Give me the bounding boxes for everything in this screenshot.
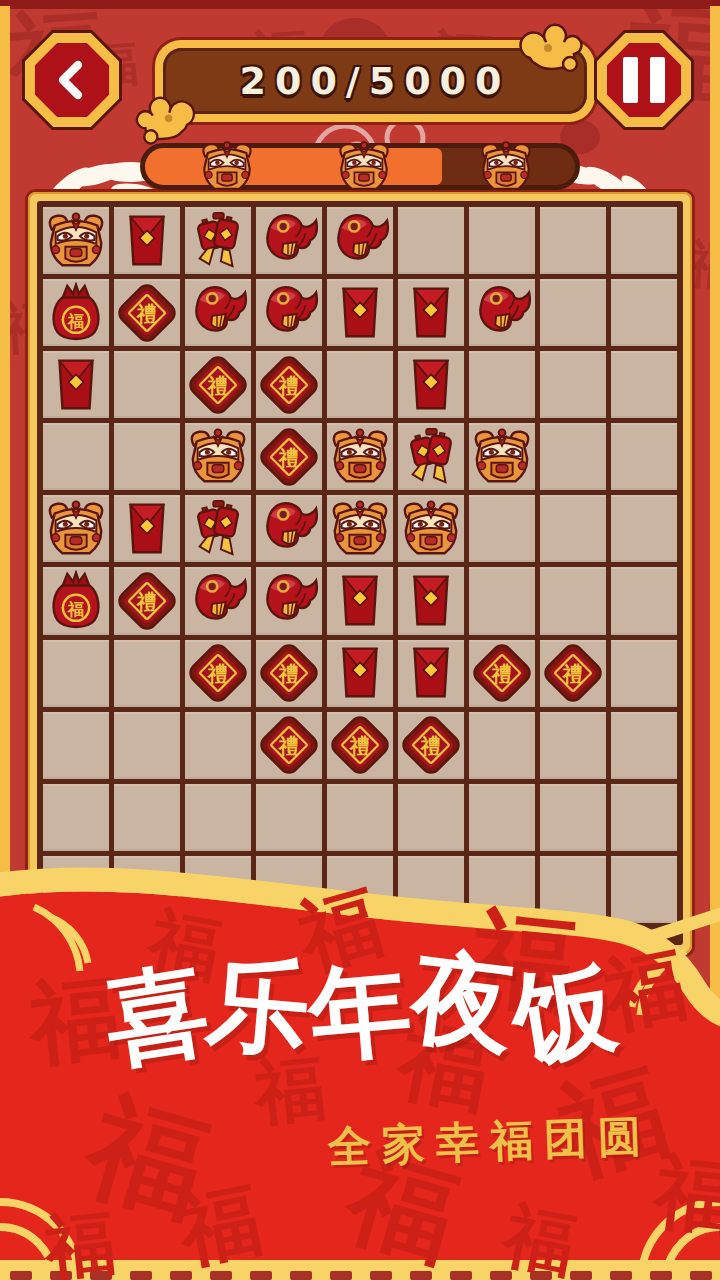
board-cell-r5c3[interactable] xyxy=(185,495,251,562)
board-grid xyxy=(43,207,677,923)
gift-tile-icon[interactable] xyxy=(258,426,320,488)
board-cell-r9c7 xyxy=(469,784,535,851)
board-cell-r4c3[interactable] xyxy=(185,423,251,490)
board-cell-r7c6[interactable] xyxy=(398,640,464,707)
board-cell-r4c6[interactable] xyxy=(398,423,464,490)
board-cell-r1c8 xyxy=(540,207,606,274)
koi-fish-tile-icon[interactable] xyxy=(258,282,320,344)
board-cell-r5c8 xyxy=(540,495,606,562)
board-cell-r5c5[interactable] xyxy=(327,495,393,562)
board-cell-r5c2[interactable] xyxy=(114,495,180,562)
lion-tile-icon[interactable] xyxy=(471,426,533,488)
lion-tile-icon[interactable] xyxy=(400,498,462,560)
koi-fish-tile-icon[interactable] xyxy=(258,498,320,560)
lion-tile-icon[interactable] xyxy=(45,210,107,272)
board-cell-r9c2 xyxy=(114,784,180,851)
progress-lion-marker xyxy=(336,139,392,195)
board-cell-r8c2 xyxy=(114,712,180,779)
board-frame xyxy=(28,192,692,954)
board-cell-r4c5[interactable] xyxy=(327,423,393,490)
board-cell-r3c2 xyxy=(114,351,180,418)
board-cell-r5c6[interactable] xyxy=(398,495,464,562)
board-cell-r6c1[interactable] xyxy=(43,567,109,634)
lion-tile-icon[interactable] xyxy=(187,426,249,488)
fortune-bag-tile-icon[interactable] xyxy=(45,282,107,344)
header-bar: 200/5000 xyxy=(0,0,720,200)
board-cell-r4c8 xyxy=(540,423,606,490)
board-cell-r6c9 xyxy=(611,567,677,634)
title-char: 喜 xyxy=(96,942,218,1093)
board-cell-r6c3[interactable] xyxy=(185,567,251,634)
board-cell-r8c6[interactable] xyxy=(398,712,464,779)
gift-tile-icon[interactable] xyxy=(400,714,462,776)
red-envelope-tile-icon[interactable] xyxy=(45,354,107,416)
red-envelope-tile-icon[interactable] xyxy=(116,498,178,560)
board-cell-r2c8 xyxy=(540,279,606,346)
title-char: 乐 xyxy=(202,935,316,1080)
board-cell-r9c3 xyxy=(185,784,251,851)
board-cell-r2c6[interactable] xyxy=(398,279,464,346)
board-cell-r6c4[interactable] xyxy=(256,567,322,634)
board-cell-r9c8 xyxy=(540,784,606,851)
board-cell-r2c4[interactable] xyxy=(256,279,322,346)
board-cell-r6c5[interactable] xyxy=(327,567,393,634)
board-cell-r2c3[interactable] xyxy=(185,279,251,346)
fortune-bag-tile-icon[interactable] xyxy=(45,570,107,632)
board-cell-r3c5 xyxy=(327,351,393,418)
board-cell-r7c9 xyxy=(611,640,677,707)
board-cell-r4c7[interactable] xyxy=(469,423,535,490)
red-envelope-tile-icon[interactable] xyxy=(329,642,391,704)
pause-icon xyxy=(594,30,694,130)
board-cell-r1c9 xyxy=(611,207,677,274)
progress-lion-marker xyxy=(199,139,255,195)
gift-tile-icon[interactable] xyxy=(329,714,391,776)
board-cell-r8c8 xyxy=(540,712,606,779)
gift-tile-icon[interactable] xyxy=(471,642,533,704)
board-cell-r2c5[interactable] xyxy=(327,279,393,346)
title-char: 夜 xyxy=(404,929,522,1077)
koi-fish-tile-icon[interactable] xyxy=(187,282,249,344)
board-cell-r7c1 xyxy=(43,640,109,707)
board-cell-r1c6 xyxy=(398,207,464,274)
board-cell-r8c5[interactable] xyxy=(327,712,393,779)
board-cell-r8c3 xyxy=(185,712,251,779)
board-cell-r2c7[interactable] xyxy=(469,279,535,346)
red-envelope-tile-icon[interactable] xyxy=(329,570,391,632)
board-cell-r3c3[interactable] xyxy=(185,351,251,418)
board-cell-r5c4[interactable] xyxy=(256,495,322,562)
red-envelope-tile-icon[interactable] xyxy=(329,282,391,344)
red-envelope-tile-icon[interactable] xyxy=(400,354,462,416)
board-cell-r1c2[interactable] xyxy=(114,207,180,274)
board-cell-r4c1 xyxy=(43,423,109,490)
title-char: 年 xyxy=(303,941,417,1086)
koi-fish-tile-icon[interactable] xyxy=(329,210,391,272)
board-cell-r3c6[interactable] xyxy=(398,351,464,418)
board-cell-r9c6 xyxy=(398,784,464,851)
red-envelope-tile-icon[interactable] xyxy=(116,210,178,272)
lantern-tile-icon[interactable] xyxy=(400,426,462,488)
gold-cloud-icon xyxy=(508,14,608,84)
gift-tile-icon[interactable] xyxy=(116,570,178,632)
board-cell-r9c1 xyxy=(43,784,109,851)
game-title: 喜乐年夜饭 xyxy=(70,943,650,1080)
red-envelope-tile-icon[interactable] xyxy=(400,642,462,704)
gift-tile-icon[interactable] xyxy=(258,714,320,776)
board-cell-r7c5[interactable] xyxy=(327,640,393,707)
board-cell-r1c1[interactable] xyxy=(43,207,109,274)
title-char: 饭 xyxy=(504,940,626,1091)
board-cell-r6c8 xyxy=(540,567,606,634)
board-cell-r4c9 xyxy=(611,423,677,490)
board-cell-r7c8[interactable] xyxy=(540,640,606,707)
score-display: 200/5000 xyxy=(240,59,511,103)
curtain-pattern-glyph: 福 xyxy=(42,1207,119,1280)
board-cell-r3c8 xyxy=(540,351,606,418)
board-cell-r8c1 xyxy=(43,712,109,779)
board-cell-r7c4[interactable] xyxy=(256,640,322,707)
red-envelope-tile-icon[interactable] xyxy=(400,282,462,344)
lantern-tile-icon[interactable] xyxy=(187,498,249,560)
back-button[interactable] xyxy=(22,30,122,130)
gift-tile-icon[interactable] xyxy=(187,354,249,416)
board-cell-r6c2[interactable] xyxy=(114,567,180,634)
lion-tile-icon[interactable] xyxy=(45,498,107,560)
board-cell-r9c9 xyxy=(611,784,677,851)
board-cell-r7c3[interactable] xyxy=(185,640,251,707)
pause-button[interactable] xyxy=(594,30,694,130)
koi-fish-tile-icon[interactable] xyxy=(258,210,320,272)
lantern-tile-icon[interactable] xyxy=(187,210,249,272)
lion-tile-icon[interactable] xyxy=(329,498,391,560)
board-cell-r4c2 xyxy=(114,423,180,490)
board-cell-r8c9 xyxy=(611,712,677,779)
board xyxy=(37,201,683,945)
board-cell-r8c4[interactable] xyxy=(256,712,322,779)
board-cell-r5c9 xyxy=(611,495,677,562)
gift-tile-icon[interactable] xyxy=(258,642,320,704)
level-progress-bar xyxy=(140,143,580,190)
gift-tile-icon[interactable] xyxy=(542,642,604,704)
lion-tile-icon[interactable] xyxy=(329,426,391,488)
board-cell-r2c9 xyxy=(611,279,677,346)
board-cell-r7c2 xyxy=(114,640,180,707)
board-cell-r6c7 xyxy=(469,567,535,634)
gift-tile-icon[interactable] xyxy=(187,642,249,704)
board-cell-r3c1[interactable] xyxy=(43,351,109,418)
board-cell-r1c4[interactable] xyxy=(256,207,322,274)
board-cell-r5c7 xyxy=(469,495,535,562)
progress-lion-marker xyxy=(478,139,534,195)
board-cell-r6c6[interactable] xyxy=(398,567,464,634)
board-cell-r2c1[interactable] xyxy=(43,279,109,346)
board-cell-r8c7 xyxy=(469,712,535,779)
board-cell-r2c2[interactable] xyxy=(114,279,180,346)
board-cell-r5c1[interactable] xyxy=(43,495,109,562)
curtain-pattern-glyph: 福 xyxy=(499,1199,581,1280)
koi-fish-tile-icon[interactable] xyxy=(471,282,533,344)
board-cell-r1c7 xyxy=(469,207,535,274)
curtain-footer: 福福福福福福福福福福福福福福 喜乐年夜饭 全家幸福团圆 xyxy=(0,855,720,1280)
board-cell-r3c9 xyxy=(611,351,677,418)
board-cell-r4c4[interactable] xyxy=(256,423,322,490)
gift-tile-icon[interactable] xyxy=(116,282,178,344)
red-envelope-tile-icon[interactable] xyxy=(400,570,462,632)
board-cell-r3c7 xyxy=(469,351,535,418)
koi-fish-tile-icon[interactable] xyxy=(187,570,249,632)
back-chevron-icon xyxy=(22,30,122,130)
board-cell-r9c4 xyxy=(256,784,322,851)
board-cell-r9c5 xyxy=(327,784,393,851)
board-cell-r7c7[interactable] xyxy=(469,640,535,707)
curtain-pattern-glyph: 福 xyxy=(173,1178,267,1272)
board-cell-r1c3[interactable] xyxy=(185,207,251,274)
board-cell-r3c4[interactable] xyxy=(256,351,322,418)
gift-tile-icon[interactable] xyxy=(258,354,320,416)
koi-fish-tile-icon[interactable] xyxy=(258,570,320,632)
board-cell-r1c5[interactable] xyxy=(327,207,393,274)
game-screen: 福 禮 xyxy=(0,0,720,1280)
